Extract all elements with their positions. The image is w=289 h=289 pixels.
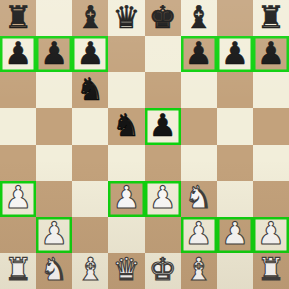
square-e2[interactable] <box>145 217 181 253</box>
piece-white-pawn[interactable]: ♟ <box>4 182 32 213</box>
square-h7[interactable]: ♟ <box>253 36 289 72</box>
square-d2[interactable] <box>108 217 144 253</box>
square-b3[interactable] <box>36 181 72 217</box>
square-f7[interactable]: ♟ <box>181 36 217 72</box>
square-c5[interactable] <box>72 108 108 144</box>
square-h1[interactable]: ♜ <box>253 253 289 289</box>
square-g3[interactable] <box>217 181 253 217</box>
square-d3[interactable]: ♟ <box>108 181 144 217</box>
piece-white-bishop[interactable]: ♝ <box>76 254 104 285</box>
square-b2[interactable]: ♟ <box>36 217 72 253</box>
piece-white-king[interactable]: ♚ <box>149 254 177 285</box>
square-f8[interactable]: ♝ <box>181 0 217 36</box>
square-a5[interactable] <box>0 108 36 144</box>
square-b5[interactable] <box>36 108 72 144</box>
square-e7[interactable] <box>145 36 181 72</box>
piece-white-pawn[interactable]: ♟ <box>257 218 285 249</box>
square-c8[interactable]: ♝ <box>72 0 108 36</box>
square-e3[interactable]: ♟ <box>145 181 181 217</box>
piece-white-pawn[interactable]: ♟ <box>221 218 249 249</box>
piece-black-queen[interactable]: ♛ <box>113 2 141 33</box>
square-e5[interactable]: ♟ <box>145 108 181 144</box>
square-g1[interactable] <box>217 253 253 289</box>
square-g5[interactable] <box>217 108 253 144</box>
square-c1[interactable]: ♝ <box>72 253 108 289</box>
piece-black-rook[interactable]: ♜ <box>257 2 285 33</box>
square-f5[interactable] <box>181 108 217 144</box>
square-d8[interactable]: ♛ <box>108 0 144 36</box>
piece-white-pawn[interactable]: ♟ <box>40 218 68 249</box>
piece-black-pawn[interactable]: ♟ <box>4 38 32 69</box>
piece-black-king[interactable]: ♚ <box>149 2 177 33</box>
piece-white-pawn[interactable]: ♟ <box>113 182 141 213</box>
piece-white-rook[interactable]: ♜ <box>4 254 32 285</box>
square-e8[interactable]: ♚ <box>145 0 181 36</box>
square-h3[interactable] <box>253 181 289 217</box>
piece-white-knight[interactable]: ♞ <box>185 182 213 213</box>
square-a2[interactable] <box>0 217 36 253</box>
square-h8[interactable]: ♜ <box>253 0 289 36</box>
square-e6[interactable] <box>145 72 181 108</box>
piece-black-bishop[interactable]: ♝ <box>76 2 104 33</box>
square-h5[interactable] <box>253 108 289 144</box>
chess-board: ♜♝♛♚♝♜♟♟♟♟♟♟♞♞♟♟♟♟♞♟♟♟♟♜♞♝♛♚♝♜ <box>0 0 289 289</box>
square-f3[interactable]: ♞ <box>181 181 217 217</box>
square-h4[interactable] <box>253 145 289 181</box>
piece-black-rook[interactable]: ♜ <box>4 2 32 33</box>
square-g7[interactable]: ♟ <box>217 36 253 72</box>
square-c3[interactable] <box>72 181 108 217</box>
piece-black-pawn[interactable]: ♟ <box>257 38 285 69</box>
square-g8[interactable] <box>217 0 253 36</box>
piece-white-bishop[interactable]: ♝ <box>185 254 213 285</box>
square-a4[interactable] <box>0 145 36 181</box>
square-f6[interactable] <box>181 72 217 108</box>
square-e4[interactable] <box>145 145 181 181</box>
square-f1[interactable]: ♝ <box>181 253 217 289</box>
square-c6[interactable]: ♞ <box>72 72 108 108</box>
piece-black-pawn[interactable]: ♟ <box>149 110 177 141</box>
chess-board-container: ♜♝♛♚♝♜♟♟♟♟♟♟♞♞♟♟♟♟♞♟♟♟♟♜♞♝♛♚♝♜ <box>0 0 289 289</box>
square-b7[interactable]: ♟ <box>36 36 72 72</box>
square-g2[interactable]: ♟ <box>217 217 253 253</box>
piece-white-pawn[interactable]: ♟ <box>149 182 177 213</box>
square-d5[interactable]: ♞ <box>108 108 144 144</box>
square-c2[interactable] <box>72 217 108 253</box>
piece-black-knight[interactable]: ♞ <box>76 74 104 105</box>
square-a1[interactable]: ♜ <box>0 253 36 289</box>
piece-black-pawn[interactable]: ♟ <box>221 38 249 69</box>
square-e1[interactable]: ♚ <box>145 253 181 289</box>
square-d6[interactable] <box>108 72 144 108</box>
square-b4[interactable] <box>36 145 72 181</box>
piece-white-rook[interactable]: ♜ <box>257 254 285 285</box>
piece-black-pawn[interactable]: ♟ <box>76 38 104 69</box>
piece-black-pawn[interactable]: ♟ <box>185 38 213 69</box>
square-c4[interactable] <box>72 145 108 181</box>
square-g6[interactable] <box>217 72 253 108</box>
square-b8[interactable] <box>36 0 72 36</box>
piece-white-knight[interactable]: ♞ <box>40 254 68 285</box>
square-d1[interactable]: ♛ <box>108 253 144 289</box>
piece-black-pawn[interactable]: ♟ <box>40 38 68 69</box>
piece-black-bishop[interactable]: ♝ <box>185 2 213 33</box>
square-a6[interactable] <box>0 72 36 108</box>
piece-white-pawn[interactable]: ♟ <box>185 218 213 249</box>
square-b1[interactable]: ♞ <box>36 253 72 289</box>
square-h6[interactable] <box>253 72 289 108</box>
square-b6[interactable] <box>36 72 72 108</box>
square-a3[interactable]: ♟ <box>0 181 36 217</box>
piece-black-knight[interactable]: ♞ <box>113 110 141 141</box>
square-c7[interactable]: ♟ <box>72 36 108 72</box>
square-f4[interactable] <box>181 145 217 181</box>
square-f2[interactable]: ♟ <box>181 217 217 253</box>
square-a7[interactable]: ♟ <box>0 36 36 72</box>
square-h2[interactable]: ♟ <box>253 217 289 253</box>
square-d4[interactable] <box>108 145 144 181</box>
square-a8[interactable]: ♜ <box>0 0 36 36</box>
square-g4[interactable] <box>217 145 253 181</box>
square-d7[interactable] <box>108 36 144 72</box>
piece-white-queen[interactable]: ♛ <box>113 254 141 285</box>
